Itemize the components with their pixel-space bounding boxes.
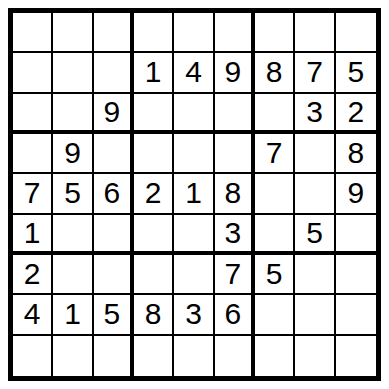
cell-r6c7[interactable] [255,215,295,255]
cell-r8c2[interactable]: 1 [53,295,93,335]
cell-r8c5[interactable]: 3 [174,295,214,335]
cell-r2c8[interactable]: 7 [295,53,335,93]
cell-r9c6[interactable] [215,336,255,376]
cell-r7c8[interactable] [295,255,335,295]
cell-r2c4[interactable]: 1 [134,53,174,93]
cell-r9c3[interactable] [94,336,134,376]
cell-r1c1[interactable] [13,13,53,53]
cell-r3c2[interactable] [53,94,93,134]
cell-r6c2[interactable] [53,215,93,255]
cell-r1c3[interactable] [94,13,134,53]
cell-r5c5[interactable]: 1 [174,174,214,214]
cell-r1c7[interactable] [255,13,295,53]
cell-r6c4[interactable] [134,215,174,255]
cell-r5c1[interactable]: 7 [13,174,53,214]
cell-r7c3[interactable] [94,255,134,295]
cell-r1c9[interactable] [336,13,376,53]
cell-r5c2[interactable]: 5 [53,174,93,214]
cell-r2c2[interactable] [53,53,93,93]
cell-r3c3[interactable]: 9 [94,94,134,134]
cell-r3c1[interactable] [13,94,53,134]
cell-r1c4[interactable] [134,13,174,53]
cell-r2c6[interactable]: 9 [215,53,255,93]
cell-r6c5[interactable] [174,215,214,255]
cell-r6c6[interactable]: 3 [215,215,255,255]
cell-r7c2[interactable] [53,255,93,295]
cell-r8c7[interactable] [255,295,295,335]
cell-r7c7[interactable]: 5 [255,255,295,295]
cell-r3c9[interactable]: 2 [336,94,376,134]
cell-r9c9[interactable] [336,336,376,376]
cell-r8c1[interactable]: 4 [13,295,53,335]
cell-r5c7[interactable] [255,174,295,214]
cell-r2c7[interactable]: 8 [255,53,295,93]
cell-r8c6[interactable]: 6 [215,295,255,335]
cell-r5c6[interactable]: 8 [215,174,255,214]
cell-r2c9[interactable]: 5 [336,53,376,93]
cell-r4c7[interactable]: 7 [255,134,295,174]
cell-r9c4[interactable] [134,336,174,376]
cell-r4c1[interactable] [13,134,53,174]
cell-r3c4[interactable] [134,94,174,134]
cell-r2c5[interactable]: 4 [174,53,214,93]
cell-r6c8[interactable]: 5 [295,215,335,255]
cell-r3c5[interactable] [174,94,214,134]
cell-r6c3[interactable] [94,215,134,255]
cell-r9c2[interactable] [53,336,93,376]
cell-r4c3[interactable] [94,134,134,174]
cell-r3c8[interactable]: 3 [295,94,335,134]
cell-r7c6[interactable]: 7 [215,255,255,295]
cell-r8c3[interactable]: 5 [94,295,134,335]
cell-r4c6[interactable] [215,134,255,174]
cell-r3c6[interactable] [215,94,255,134]
cell-r5c3[interactable]: 6 [94,174,134,214]
cell-r1c8[interactable] [295,13,335,53]
cell-r4c2[interactable]: 9 [53,134,93,174]
cell-r2c3[interactable] [94,53,134,93]
cell-r1c2[interactable] [53,13,93,53]
cell-r9c1[interactable] [13,336,53,376]
cell-r3c7[interactable] [255,94,295,134]
cell-r9c7[interactable] [255,336,295,376]
cell-r6c9[interactable] [336,215,376,255]
cell-r7c9[interactable] [336,255,376,295]
cell-r6c1[interactable]: 1 [13,215,53,255]
cell-r9c8[interactable] [295,336,335,376]
cell-r4c4[interactable] [134,134,174,174]
cell-r8c4[interactable]: 8 [134,295,174,335]
cell-r7c5[interactable] [174,255,214,295]
cell-r7c1[interactable]: 2 [13,255,53,295]
cell-r2c1[interactable] [13,53,53,93]
cell-r7c4[interactable] [134,255,174,295]
cell-r9c5[interactable] [174,336,214,376]
cell-r5c8[interactable] [295,174,335,214]
cell-r1c5[interactable] [174,13,214,53]
cell-r5c9[interactable]: 9 [336,174,376,214]
sudoku-board: 1498759329787562189135275415836 [8,8,381,381]
cell-r4c5[interactable] [174,134,214,174]
cell-r5c4[interactable]: 2 [134,174,174,214]
cell-r1c6[interactable] [215,13,255,53]
page: 1498759329787562189135275415836 [0,0,389,389]
cell-r8c8[interactable] [295,295,335,335]
cell-r4c8[interactable] [295,134,335,174]
cell-r8c9[interactable] [336,295,376,335]
cell-r4c9[interactable]: 8 [336,134,376,174]
